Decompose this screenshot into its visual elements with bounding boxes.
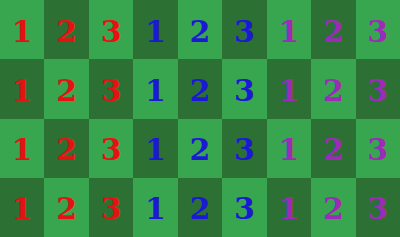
cell-digit: 2 (56, 135, 77, 165)
cell-digit: 1 (278, 17, 299, 47)
cell-digit: 1 (145, 17, 166, 47)
grid-cell[interactable]: 3 (222, 178, 266, 237)
grid-cell[interactable]: 1 (267, 0, 311, 59)
grid-cell[interactable]: 3 (89, 59, 133, 118)
cell-digit: 2 (190, 135, 211, 165)
cell-digit: 2 (56, 17, 77, 47)
grid-cell[interactable]: 1 (0, 178, 44, 237)
grid-cell[interactable]: 2 (311, 178, 355, 237)
grid-cell[interactable]: 3 (222, 59, 266, 118)
grid-cell[interactable]: 3 (356, 178, 400, 237)
grid-cell[interactable]: 3 (89, 119, 133, 178)
grid-cell[interactable]: 2 (178, 119, 222, 178)
grid-cell[interactable]: 1 (0, 119, 44, 178)
cell-digit: 2 (190, 76, 211, 106)
grid-cell[interactable]: 3 (222, 0, 266, 59)
cell-digit: 1 (278, 135, 299, 165)
board: 123123123123123123123123123123123123 (0, 0, 400, 237)
grid-cell[interactable]: 1 (0, 59, 44, 118)
cell-digit: 3 (367, 76, 388, 106)
cell-digit: 3 (101, 17, 122, 47)
cell-digit: 2 (323, 194, 344, 224)
cell-digit: 3 (234, 17, 255, 47)
cell-digit: 2 (323, 76, 344, 106)
grid-cell[interactable]: 1 (133, 0, 177, 59)
grid-cell[interactable]: 1 (133, 119, 177, 178)
cell-digit: 1 (145, 135, 166, 165)
cell-digit: 1 (12, 76, 33, 106)
grid-cell[interactable]: 2 (311, 59, 355, 118)
grid-cell[interactable]: 2 (44, 178, 88, 237)
cell-digit: 3 (234, 135, 255, 165)
cell-digit: 2 (56, 76, 77, 106)
cell-digit: 3 (234, 76, 255, 106)
cell-digit: 3 (367, 194, 388, 224)
cell-digit: 1 (145, 76, 166, 106)
cell-digit: 3 (367, 135, 388, 165)
cell-digit: 1 (12, 17, 33, 47)
grid-cell[interactable]: 3 (222, 119, 266, 178)
cell-digit: 1 (278, 76, 299, 106)
cell-digit: 3 (234, 194, 255, 224)
grid-cell[interactable]: 1 (267, 59, 311, 118)
cell-digit: 2 (323, 135, 344, 165)
cell-digit: 1 (145, 194, 166, 224)
grid-cell[interactable]: 2 (44, 0, 88, 59)
grid-cell[interactable]: 3 (89, 0, 133, 59)
grid-cell[interactable]: 1 (267, 178, 311, 237)
cell-digit: 3 (101, 135, 122, 165)
grid-cell[interactable]: 2 (311, 0, 355, 59)
grid-cell[interactable]: 3 (356, 59, 400, 118)
cell-digit: 2 (190, 194, 211, 224)
grid-cell[interactable]: 2 (178, 59, 222, 118)
grid-cell[interactable]: 2 (178, 178, 222, 237)
grid-cell[interactable]: 2 (311, 119, 355, 178)
cell-digit: 3 (101, 194, 122, 224)
cell-digit: 1 (12, 135, 33, 165)
cell-digit: 2 (323, 17, 344, 47)
board-grid: 123123123123123123123123123123123123 (0, 0, 400, 237)
grid-cell[interactable]: 1 (133, 59, 177, 118)
grid-cell[interactable]: 3 (356, 119, 400, 178)
cell-digit: 3 (101, 76, 122, 106)
cell-digit: 2 (190, 17, 211, 47)
grid-cell[interactable]: 1 (0, 0, 44, 59)
grid-cell[interactable]: 2 (178, 0, 222, 59)
grid-cell[interactable]: 1 (133, 178, 177, 237)
grid-cell[interactable]: 2 (44, 59, 88, 118)
cell-digit: 1 (12, 194, 33, 224)
cell-digit: 1 (278, 194, 299, 224)
grid-cell[interactable]: 3 (89, 178, 133, 237)
grid-cell[interactable]: 1 (267, 119, 311, 178)
grid-cell[interactable]: 2 (44, 119, 88, 178)
cell-digit: 3 (367, 17, 388, 47)
cell-digit: 2 (56, 194, 77, 224)
grid-cell[interactable]: 3 (356, 0, 400, 59)
